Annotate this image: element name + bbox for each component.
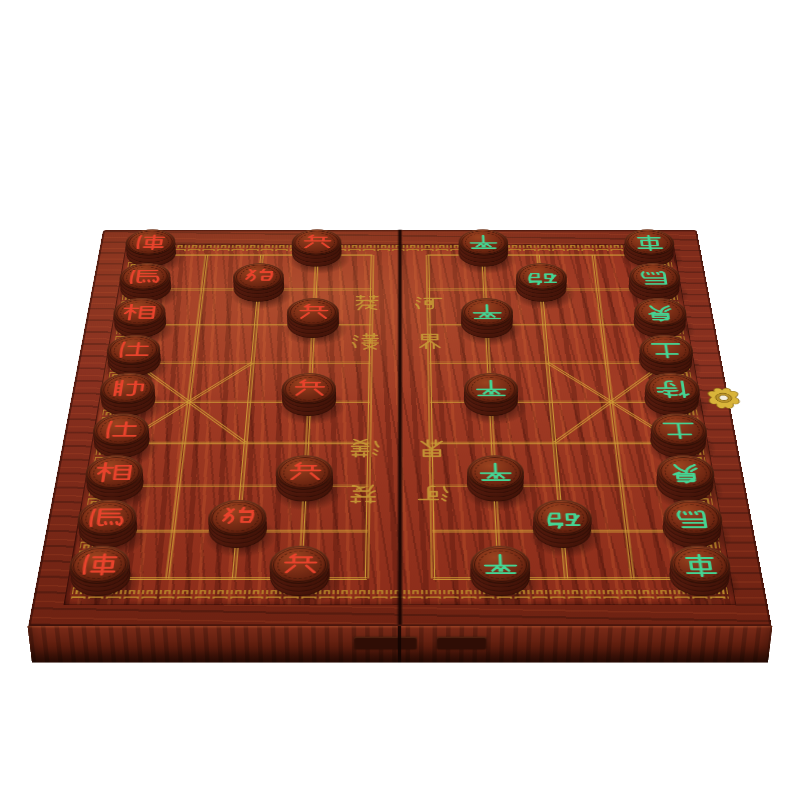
piece-red-chariot[interactable] [68, 560, 133, 598]
piece-red-cannon[interactable] [207, 514, 268, 550]
piece-character-glyph [278, 551, 321, 578]
piece-character-glyph [636, 267, 675, 286]
piece-face [458, 229, 509, 255]
piece-character-glyph [299, 233, 335, 252]
piece-character-glyph [652, 378, 694, 400]
piece-character-glyph [294, 302, 331, 322]
piece-character-glyph [523, 267, 560, 286]
piece-green-cannon[interactable] [532, 514, 593, 550]
piece-character-glyph [240, 267, 277, 286]
piece-character-glyph [120, 302, 160, 322]
piece-character-glyph [92, 460, 136, 484]
piece-red-soldier[interactable] [281, 387, 337, 419]
piece-character-glyph [284, 460, 325, 484]
piece-green-soldier[interactable] [469, 560, 530, 598]
front-rail-seam [398, 626, 401, 663]
piece-character-glyph [677, 551, 723, 578]
clasp-icon [700, 386, 749, 413]
piece-character-glyph [126, 267, 165, 286]
piece-character-glyph [646, 339, 687, 360]
piece-character-glyph [468, 302, 505, 322]
piece-red-horse[interactable] [76, 514, 140, 550]
piece-face [470, 546, 532, 584]
piece-character-glyph [671, 505, 716, 531]
piece-character-glyph [541, 505, 584, 531]
piece-red-soldier[interactable] [287, 311, 340, 340]
piece-green-soldier[interactable] [466, 469, 524, 504]
piece-character-glyph [664, 460, 708, 484]
piece-green-chariot[interactable] [667, 560, 732, 598]
piece-character-glyph [289, 378, 328, 400]
piece-green-soldier[interactable] [458, 242, 509, 269]
piece-green-cannon[interactable] [515, 276, 568, 304]
piece-character-glyph [84, 505, 129, 531]
piece-character-glyph [106, 378, 148, 400]
piece-character-glyph [113, 339, 154, 360]
piece-green-soldier[interactable] [463, 387, 519, 419]
piece-green-horse[interactable] [660, 514, 724, 550]
product-photo-stage [0, 0, 800, 800]
piece-character-glyph [631, 233, 669, 252]
piece-character-glyph [479, 551, 522, 578]
piece-character-glyph [216, 505, 259, 531]
fold-seam [397, 230, 404, 625]
piece-face [463, 373, 519, 404]
xiangqi-board [28, 230, 771, 625]
piece-red-soldier[interactable] [292, 242, 343, 269]
piece-face [460, 298, 513, 327]
joint-inlay [354, 637, 417, 650]
piece-character-glyph [132, 233, 170, 252]
piece-character-glyph [99, 418, 142, 441]
piece-face [466, 455, 525, 490]
piece-character-glyph [475, 460, 516, 484]
piece-red-soldier[interactable] [269, 560, 330, 598]
front-rail [27, 626, 772, 663]
piece-character-glyph [641, 302, 681, 322]
joint-inlay [437, 637, 487, 650]
piece-character-glyph [471, 378, 510, 400]
piece-character-glyph [465, 233, 501, 252]
piece-red-soldier[interactable] [276, 469, 334, 504]
piece-green-soldier[interactable] [460, 311, 513, 340]
piece-character-glyph [658, 418, 701, 441]
piece-character-glyph [76, 551, 122, 578]
piece-red-cannon[interactable] [232, 276, 285, 304]
